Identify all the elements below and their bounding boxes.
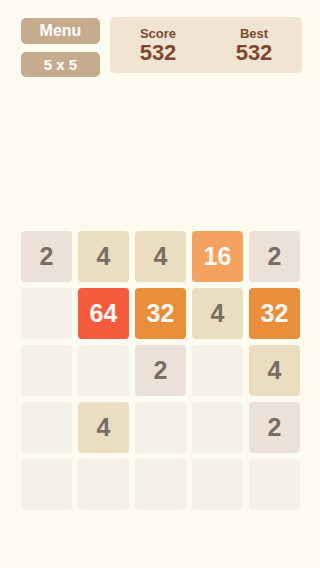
- tile-4: 4: [78, 402, 129, 453]
- tile-2: 2: [249, 402, 300, 453]
- board-size-button[interactable]: 5 x 5: [21, 52, 100, 77]
- score-panel: Score 532 Best 532: [110, 17, 302, 73]
- game-screen: { "game": "2048", "variant": "5x5 board"…: [0, 0, 320, 568]
- score-box: Score 532: [110, 17, 206, 73]
- empty-cell: [135, 459, 186, 510]
- best-label: Best: [240, 26, 268, 41]
- empty-cell: [21, 402, 72, 453]
- empty-cell: [21, 345, 72, 396]
- best-value: 532: [236, 41, 273, 65]
- score-label: Score: [140, 26, 176, 41]
- tile-4: 4: [78, 231, 129, 282]
- tile-32: 32: [249, 288, 300, 339]
- empty-cell: [78, 459, 129, 510]
- tile-32: 32: [135, 288, 186, 339]
- tile-2: 2: [21, 231, 72, 282]
- best-box: Best 532: [206, 17, 302, 73]
- empty-cell: [192, 345, 243, 396]
- tile-64: 64: [78, 288, 129, 339]
- score-value: 532: [140, 41, 177, 65]
- empty-cell: [78, 345, 129, 396]
- tile-4: 4: [249, 345, 300, 396]
- empty-cell: [135, 402, 186, 453]
- tile-2: 2: [135, 345, 186, 396]
- empty-cell: [21, 459, 72, 510]
- empty-cell: [21, 288, 72, 339]
- tile-4: 4: [135, 231, 186, 282]
- empty-cell: [249, 459, 300, 510]
- empty-cell: [192, 402, 243, 453]
- game-board[interactable]: 24416264324322442: [21, 231, 300, 510]
- tile-16: 16: [192, 231, 243, 282]
- tile-4: 4: [192, 288, 243, 339]
- tile-2: 2: [249, 231, 300, 282]
- menu-button[interactable]: Menu: [21, 18, 100, 44]
- empty-cell: [192, 459, 243, 510]
